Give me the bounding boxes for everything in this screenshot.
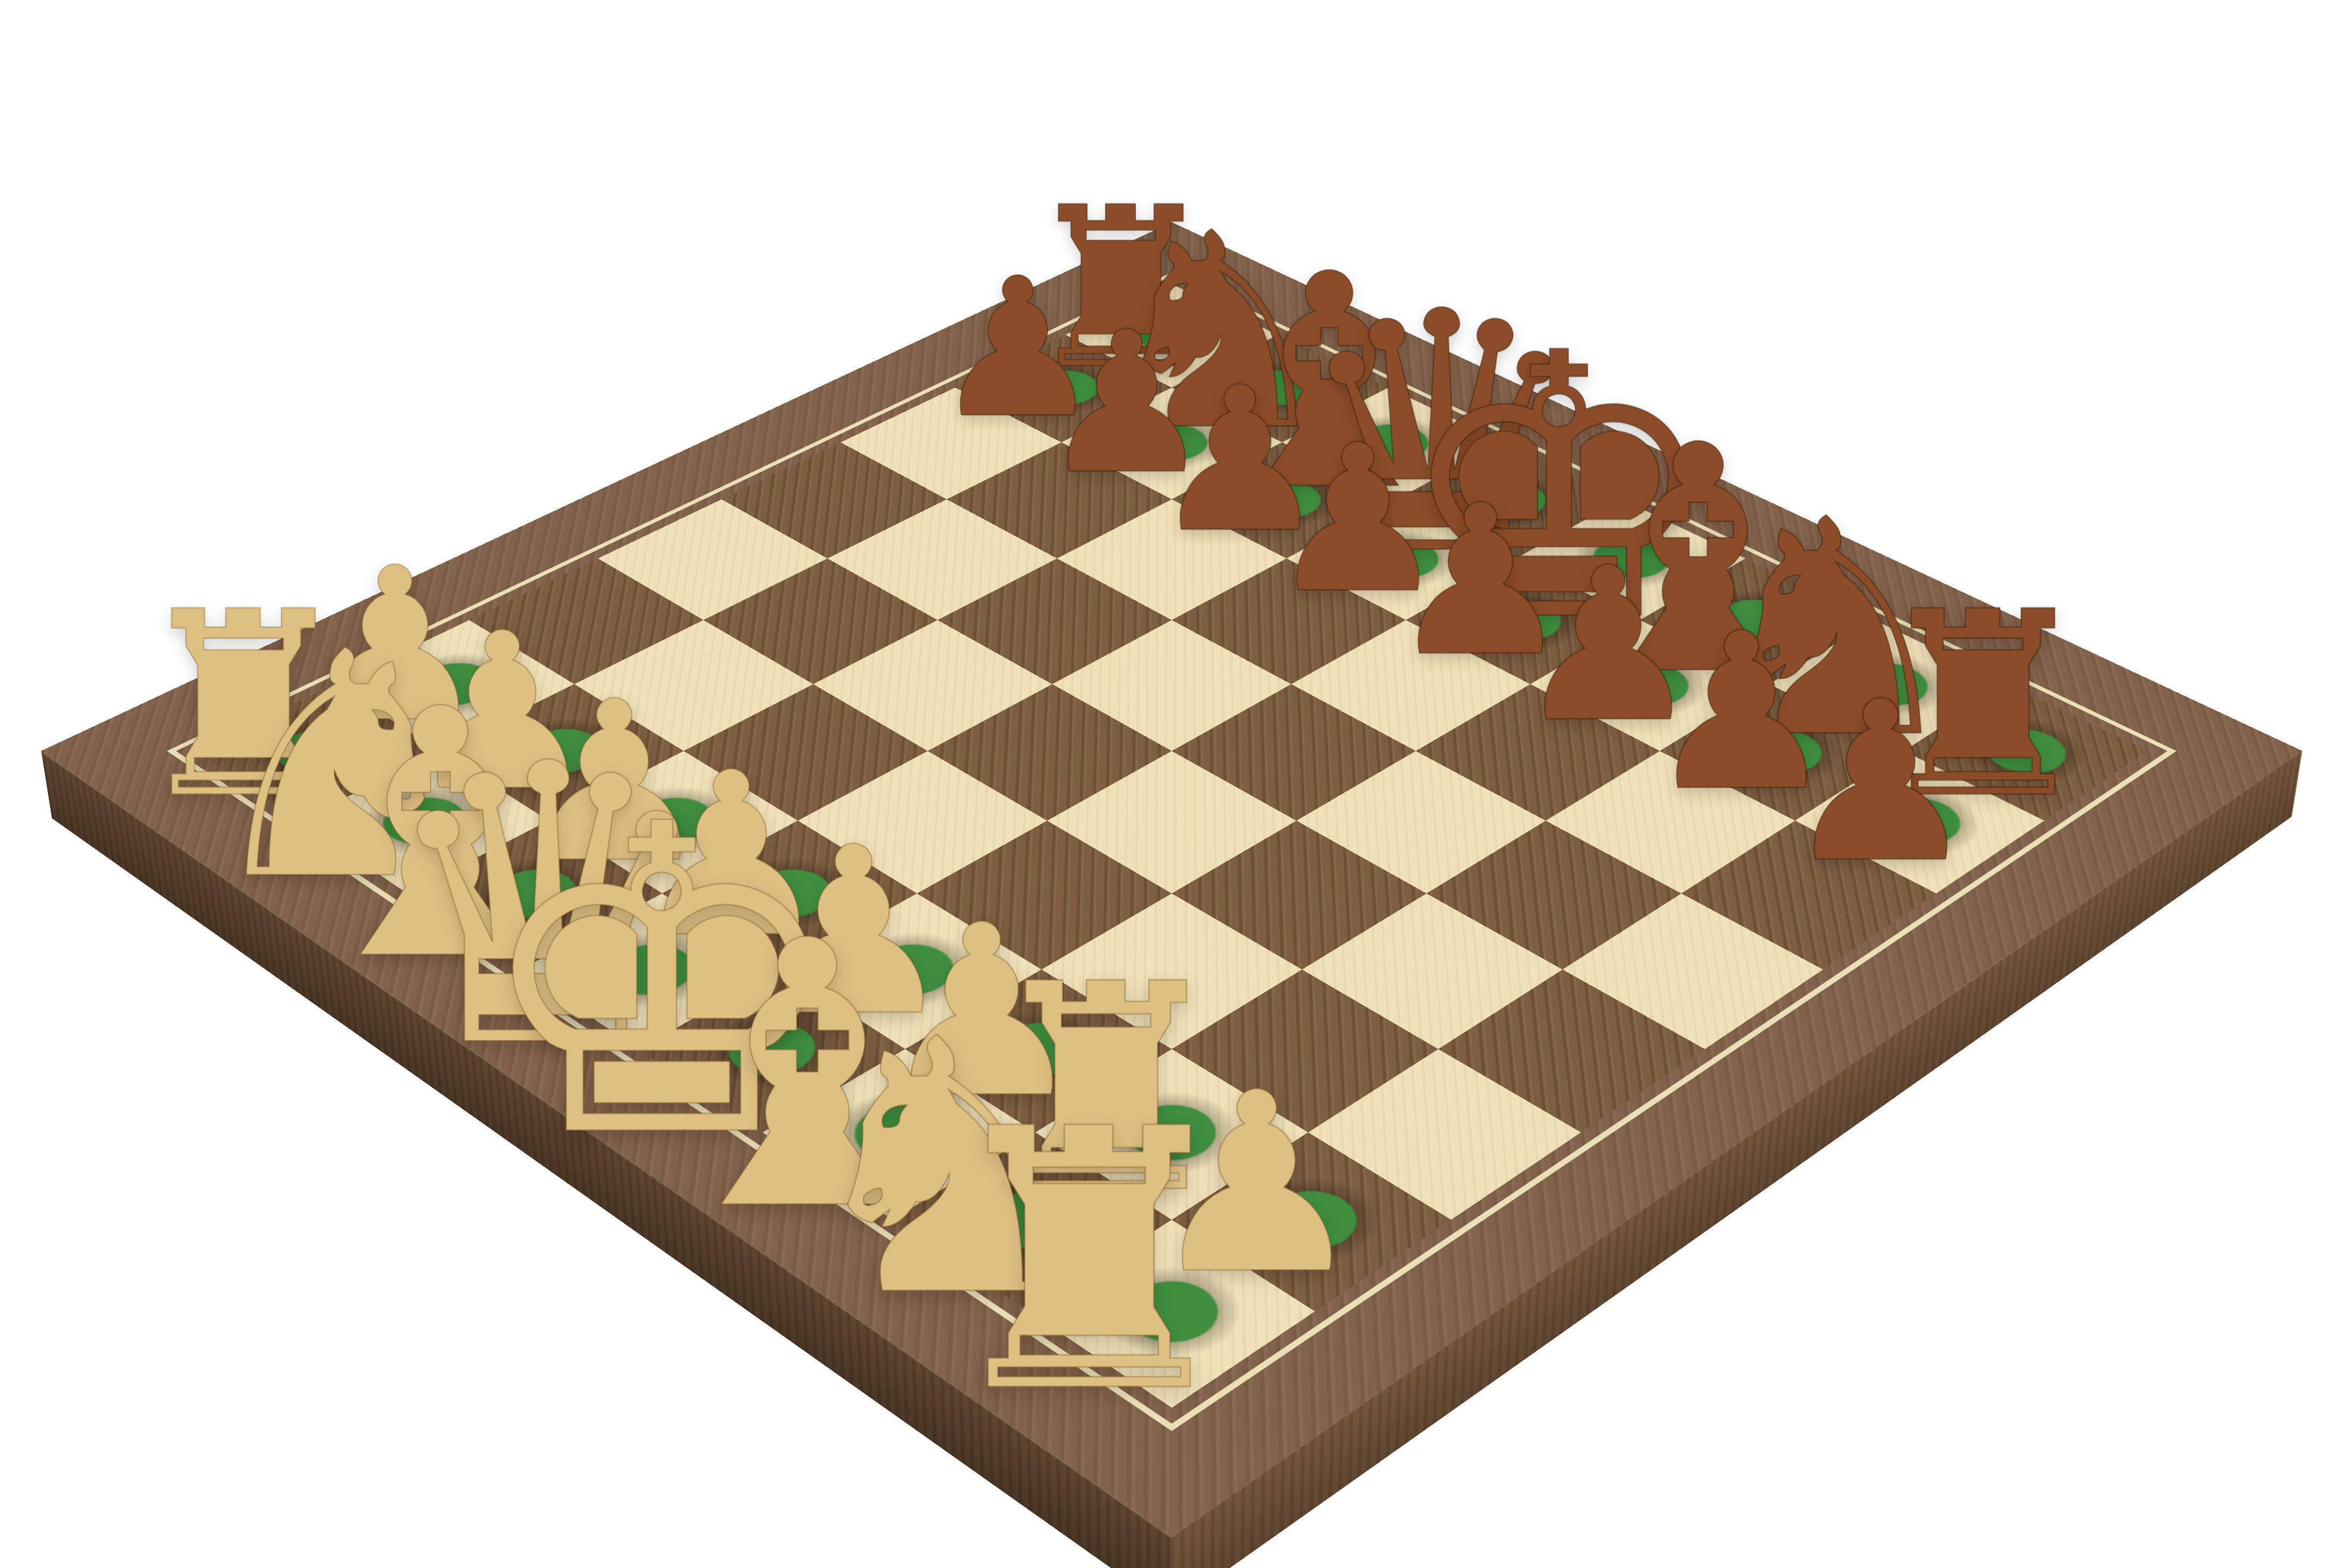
piece-white-rook-h1[interactable]: ♜ bbox=[928, 1115, 1250, 1409]
square-h5[interactable] bbox=[1563, 894, 1823, 1049]
chess-grid: ♜♞♝♛♚♝♞♜♟♟♟♟♟♟♟♟♟♟♟♟♟♟♜♟♜♞♝♛♚♝♞♜ bbox=[195, 284, 2148, 1408]
board-frame: ♜♞♝♛♚♝♞♜♟♟♟♟♟♟♟♟♟♟♟♟♟♟♜♟♜♞♝♛♚♝♞♜ bbox=[41, 222, 2302, 1537]
chess-photo-scene: ♜♞♝♛♚♝♞♜♟♟♟♟♟♟♟♟♟♟♟♟♟♟♜♟♜♞♝♛♚♝♞♜ bbox=[0, 0, 2352, 1568]
piece-black-pawn-h7[interactable]: ♟ bbox=[1782, 692, 1980, 873]
chess-board-3d: ♜♞♝♛♚♝♞♜♟♟♟♟♟♟♟♟♟♟♟♟♟♟♜♟♜♞♝♛♚♝♞♜ bbox=[41, 222, 2302, 1537]
